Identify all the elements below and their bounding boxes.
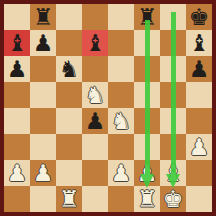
- square-c1[interactable]: ♜: [56, 186, 82, 212]
- arrow-f8-f2: [145, 20, 150, 174]
- square-c4[interactable]: [56, 108, 82, 134]
- square-c5[interactable]: [56, 82, 82, 108]
- piece-black-rook-b8[interactable]: ♜: [30, 4, 56, 30]
- square-d4[interactable]: ♟: [82, 108, 108, 134]
- piece-white-pawn-b2[interactable]: ♟: [30, 160, 56, 186]
- square-a4[interactable]: [4, 108, 30, 134]
- square-d3[interactable]: [82, 134, 108, 160]
- piece-white-pawn-h3[interactable]: ♟: [186, 134, 212, 160]
- piece-white-king-g1[interactable]: ♚: [160, 186, 186, 212]
- square-b5[interactable]: [30, 82, 56, 108]
- square-b6[interactable]: [30, 56, 56, 82]
- arrow-g8-g2-head: [166, 174, 180, 188]
- square-b7[interactable]: ♟: [30, 30, 56, 56]
- square-a8[interactable]: [4, 4, 30, 30]
- piece-black-king-h8[interactable]: ♚: [186, 4, 212, 30]
- square-g1[interactable]: ♚: [160, 186, 186, 212]
- square-b2[interactable]: ♟: [30, 160, 56, 186]
- square-h8[interactable]: ♚: [186, 4, 212, 30]
- square-f1[interactable]: ♜: [134, 186, 160, 212]
- square-a7[interactable]: ♝: [4, 30, 30, 56]
- square-c2[interactable]: [56, 160, 82, 186]
- square-e3[interactable]: [108, 134, 134, 160]
- square-h2[interactable]: [186, 160, 212, 186]
- square-d1[interactable]: [82, 186, 108, 212]
- square-a1[interactable]: [4, 186, 30, 212]
- square-e2[interactable]: ♟: [108, 160, 134, 186]
- piece-black-bishop-a7[interactable]: ♝: [4, 30, 30, 56]
- square-c8[interactable]: [56, 4, 82, 30]
- square-h1[interactable]: [186, 186, 212, 212]
- square-d5[interactable]: ♞: [82, 82, 108, 108]
- piece-white-knight-d5[interactable]: ♞: [82, 82, 108, 108]
- square-h4[interactable]: [186, 108, 212, 134]
- square-d7[interactable]: ♝: [82, 30, 108, 56]
- square-c3[interactable]: [56, 134, 82, 160]
- square-c7[interactable]: [56, 30, 82, 56]
- square-h5[interactable]: [186, 82, 212, 108]
- piece-black-pawn-b7[interactable]: ♟: [30, 30, 56, 56]
- square-h7[interactable]: ♝: [186, 30, 212, 56]
- piece-black-pawn-h6[interactable]: ♟: [186, 56, 212, 82]
- piece-white-knight-e4[interactable]: ♞: [108, 108, 134, 134]
- square-e6[interactable]: [108, 56, 134, 82]
- piece-white-pawn-e2[interactable]: ♟: [108, 160, 134, 186]
- square-b1[interactable]: [30, 186, 56, 212]
- piece-black-pawn-a6[interactable]: ♟: [4, 56, 30, 82]
- arrow-g8-g2: [171, 12, 176, 174]
- square-a3[interactable]: [4, 134, 30, 160]
- piece-black-pawn-d4[interactable]: ♟: [82, 108, 108, 134]
- piece-black-bishop-h7[interactable]: ♝: [186, 30, 212, 56]
- square-d6[interactable]: [82, 56, 108, 82]
- piece-black-bishop-d7[interactable]: ♝: [82, 30, 108, 56]
- arrow-f8-f2-head: [140, 174, 154, 188]
- square-a6[interactable]: ♟: [4, 56, 30, 82]
- square-b8[interactable]: ♜: [30, 4, 56, 30]
- square-e5[interactable]: [108, 82, 134, 108]
- square-b3[interactable]: [30, 134, 56, 160]
- square-a2[interactable]: ♟: [4, 160, 30, 186]
- chess-board[interactable]: ♜♜♚♝♟♝♝♟♞♟♞♟♞♟♟♟♟♟♝♜♜♚: [4, 4, 212, 212]
- square-e1[interactable]: [108, 186, 134, 212]
- square-a5[interactable]: [4, 82, 30, 108]
- chess-board-screenshot: ♜♜♚♝♟♝♝♟♞♟♞♟♞♟♟♟♟♟♝♜♜♚: [0, 0, 216, 216]
- piece-white-pawn-a2[interactable]: ♟: [4, 160, 30, 186]
- square-e4[interactable]: ♞: [108, 108, 134, 134]
- piece-black-knight-c6[interactable]: ♞: [56, 56, 82, 82]
- piece-white-rook-f1[interactable]: ♜: [134, 186, 160, 212]
- square-c6[interactable]: ♞: [56, 56, 82, 82]
- piece-white-rook-c1[interactable]: ♜: [56, 186, 82, 212]
- square-b4[interactable]: [30, 108, 56, 134]
- square-e7[interactable]: [108, 30, 134, 56]
- square-h6[interactable]: ♟: [186, 56, 212, 82]
- square-d2[interactable]: [82, 160, 108, 186]
- square-d8[interactable]: [82, 4, 108, 30]
- square-h3[interactable]: ♟: [186, 134, 212, 160]
- square-e8[interactable]: [108, 4, 134, 30]
